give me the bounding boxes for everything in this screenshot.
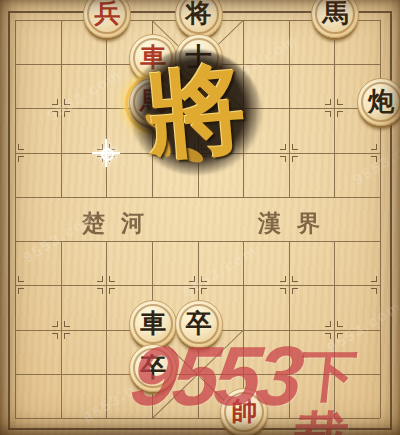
last-move-sparkle bbox=[92, 139, 120, 167]
point-marker-corner bbox=[64, 333, 70, 339]
point-marker bbox=[52, 99, 70, 117]
point-marker-corner bbox=[109, 276, 115, 282]
point-marker-corner bbox=[337, 111, 343, 117]
piece-character: 馬 bbox=[322, 0, 348, 26]
piece-character: 炮 bbox=[368, 88, 394, 114]
point-marker bbox=[325, 99, 343, 117]
piece-black-soldier[interactable]: 卒 bbox=[129, 344, 177, 392]
piece-character: 帥 bbox=[231, 398, 257, 424]
point-marker-corner bbox=[337, 321, 343, 327]
grid-line bbox=[106, 241, 107, 418]
piece-black-soldier[interactable]: 卒 bbox=[175, 300, 223, 348]
grid-line bbox=[289, 241, 290, 418]
point-marker-corner bbox=[109, 288, 115, 294]
point-marker-corner bbox=[371, 276, 377, 282]
point-marker-corner bbox=[280, 156, 286, 162]
point-marker-corner bbox=[292, 156, 298, 162]
point-marker-corner bbox=[292, 144, 298, 150]
xiangqi-board[interactable]: 楚河 漢界 兵将馬車士馬炮車卒卒帥 將 9553 下载 .com 9553.co… bbox=[0, 0, 400, 435]
point-marker-corner bbox=[292, 288, 298, 294]
piece-character: 将 bbox=[186, 0, 212, 26]
river-label-left: 楚河 bbox=[82, 208, 160, 239]
point-marker-corner bbox=[201, 288, 207, 294]
point-marker-corner bbox=[64, 321, 70, 327]
point-marker-corner bbox=[52, 111, 58, 117]
point-marker bbox=[97, 276, 115, 294]
point-marker-corner bbox=[52, 333, 58, 339]
point-marker-corner bbox=[97, 276, 103, 282]
piece-character: 兵 bbox=[94, 0, 120, 26]
point-marker-corner bbox=[292, 276, 298, 282]
point-marker-corner bbox=[371, 156, 377, 162]
grid-line bbox=[15, 20, 16, 418]
point-marker bbox=[371, 276, 389, 294]
point-marker bbox=[280, 144, 298, 162]
point-marker-corner bbox=[280, 276, 286, 282]
point-marker bbox=[189, 276, 207, 294]
piece-red-general[interactable]: 帥 bbox=[220, 388, 268, 435]
river-label-right: 漢界 bbox=[258, 208, 336, 239]
grid-line bbox=[15, 197, 380, 198]
point-marker-corner bbox=[325, 333, 331, 339]
point-marker-corner bbox=[325, 99, 331, 105]
piece-character: 卒 bbox=[186, 310, 212, 336]
point-marker-corner bbox=[325, 321, 331, 327]
point-marker bbox=[371, 144, 389, 162]
point-marker-corner bbox=[52, 99, 58, 105]
point-marker-corner bbox=[189, 276, 195, 282]
point-marker-corner bbox=[280, 144, 286, 150]
point-marker-corner bbox=[201, 276, 207, 282]
point-marker bbox=[6, 276, 24, 294]
piece-black-cannon[interactable]: 炮 bbox=[357, 78, 400, 126]
point-marker-corner bbox=[337, 333, 343, 339]
piece-character: 卒 bbox=[140, 354, 166, 380]
point-marker bbox=[280, 276, 298, 294]
piece-character: 車 bbox=[140, 310, 166, 336]
point-marker-corner bbox=[64, 99, 70, 105]
point-marker-corner bbox=[18, 288, 24, 294]
grid-line bbox=[289, 20, 290, 197]
point-marker-corner bbox=[18, 156, 24, 162]
point-marker bbox=[325, 321, 343, 339]
point-marker-corner bbox=[337, 99, 343, 105]
sparkle-ring bbox=[101, 148, 114, 161]
point-marker-corner bbox=[189, 288, 195, 294]
grid-line bbox=[106, 20, 107, 197]
point-marker-corner bbox=[18, 144, 24, 150]
grid-line bbox=[15, 418, 380, 419]
point-marker-corner bbox=[64, 111, 70, 117]
point-marker-corner bbox=[371, 144, 377, 150]
point-marker-corner bbox=[325, 111, 331, 117]
point-marker-corner bbox=[97, 288, 103, 294]
piece-black-chariot[interactable]: 車 bbox=[129, 300, 177, 348]
point-marker-corner bbox=[52, 321, 58, 327]
point-marker-corner bbox=[280, 288, 286, 294]
point-marker bbox=[6, 144, 24, 162]
check-stamp-character: 將 bbox=[136, 48, 256, 173]
point-marker-corner bbox=[371, 288, 377, 294]
point-marker-corner bbox=[18, 276, 24, 282]
point-marker bbox=[52, 321, 70, 339]
